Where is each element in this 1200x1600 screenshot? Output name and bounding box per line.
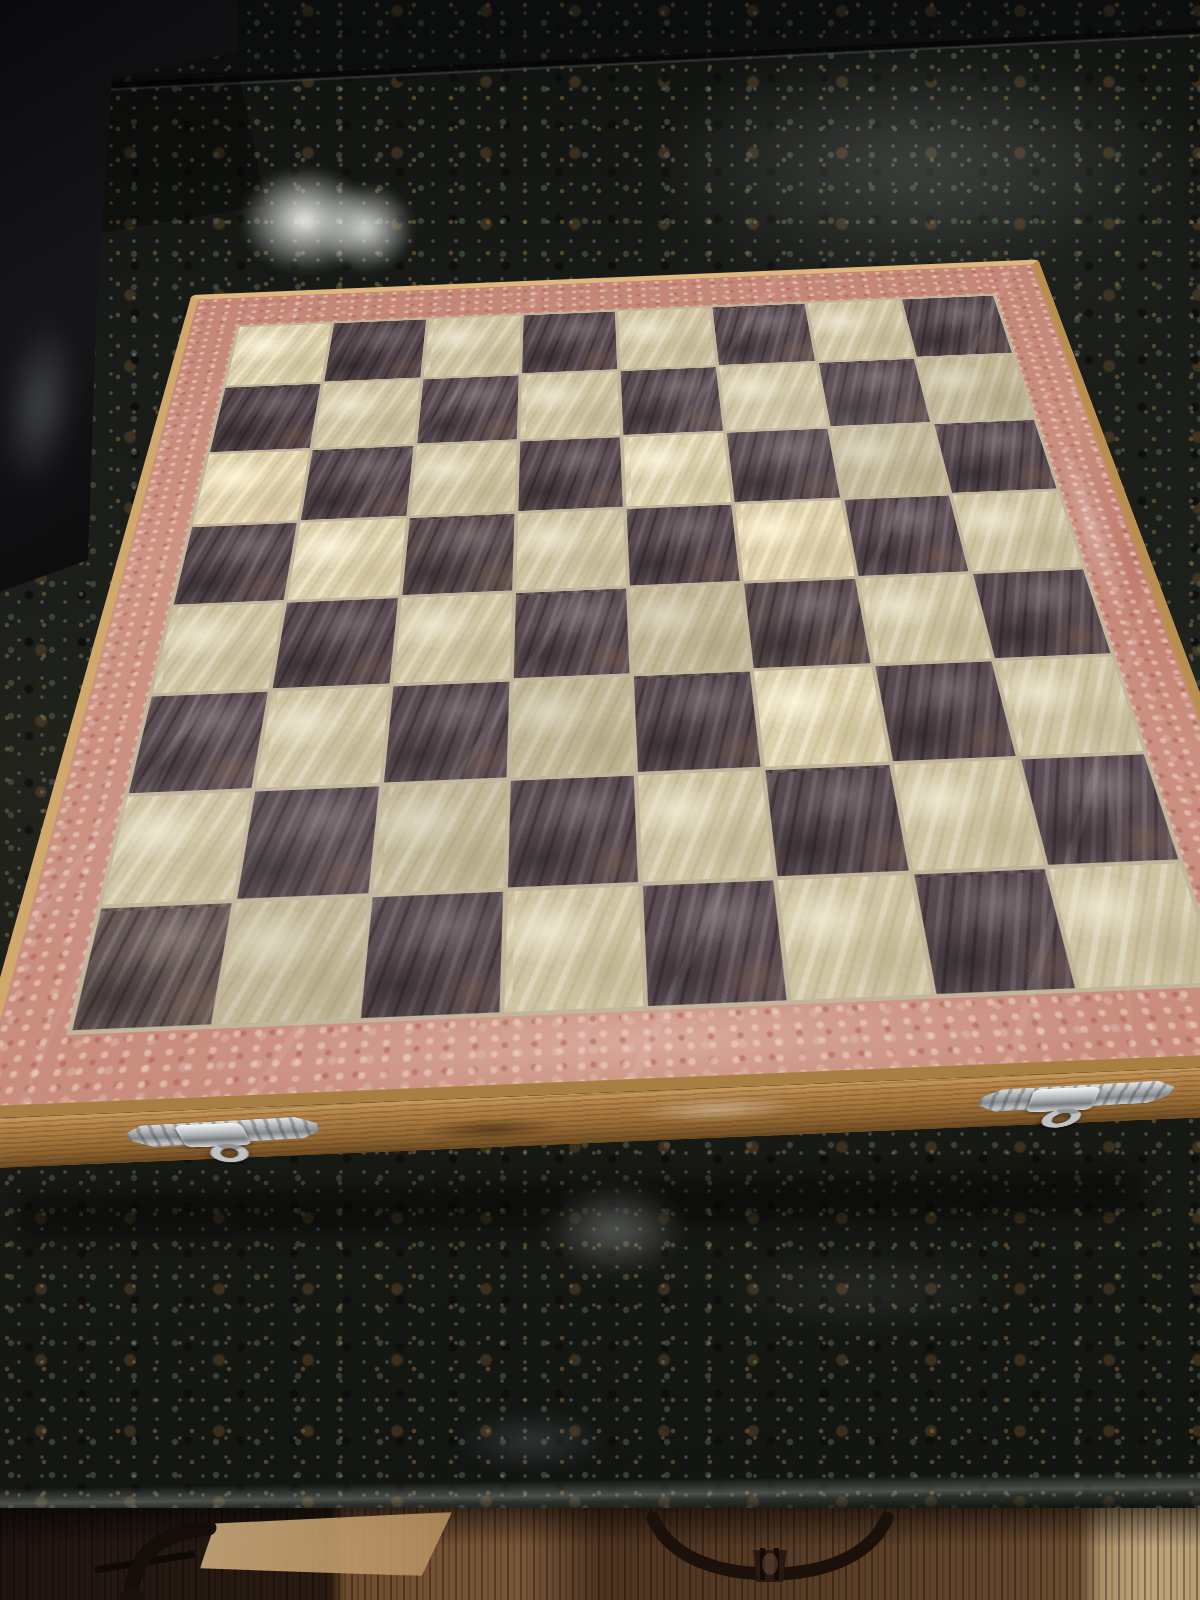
square-d8	[522, 312, 617, 374]
square-f7	[720, 363, 827, 430]
square-d1	[504, 886, 643, 1012]
square-h4	[973, 569, 1111, 658]
square-g1	[914, 869, 1075, 994]
square-g8	[807, 300, 913, 361]
square-h1	[1049, 863, 1200, 988]
square-f2	[766, 765, 909, 876]
square-f6	[727, 428, 840, 501]
square-c1	[360, 892, 503, 1019]
drawer-handle-icon	[645, 1512, 895, 1584]
box-latch-right	[976, 1079, 1179, 1114]
square-g4	[859, 574, 991, 663]
square-g6	[831, 424, 948, 497]
drawer-handle-icon	[95, 1524, 230, 1600]
square-b6	[301, 446, 413, 520]
square-a6	[193, 450, 310, 524]
square-a8	[226, 323, 331, 385]
square-e2	[638, 770, 773, 882]
square-b7	[313, 380, 419, 448]
square-f3	[754, 667, 888, 766]
square-b1	[216, 897, 367, 1024]
latch-clasp-icon	[173, 1123, 252, 1148]
square-d5	[516, 509, 626, 590]
square-f4	[744, 579, 870, 668]
chess-board	[0, 260, 1200, 1120]
square-d3	[511, 677, 634, 777]
square-b8	[325, 320, 426, 382]
square-g2	[893, 759, 1043, 870]
square-a3	[129, 692, 268, 793]
square-e6	[624, 433, 732, 507]
drawer-handle-partial	[95, 1524, 230, 1600]
square-h7	[917, 355, 1033, 422]
square-f1	[778, 874, 931, 1000]
square-e5	[627, 504, 740, 585]
drawer-handle	[645, 1512, 895, 1588]
square-h6	[934, 420, 1056, 493]
square-c7	[417, 376, 519, 444]
square-h8	[902, 296, 1012, 357]
square-e8	[618, 308, 716, 370]
square-b3	[256, 687, 388, 788]
square-f8	[713, 304, 815, 365]
square-a7	[210, 384, 321, 452]
square-g3	[875, 662, 1015, 761]
square-h5	[952, 491, 1082, 571]
square-f5	[735, 500, 854, 581]
square-c5	[402, 514, 514, 595]
square-c3	[383, 682, 509, 782]
board-grid	[66, 294, 1200, 1036]
square-e3	[634, 672, 761, 772]
square-a1	[72, 903, 232, 1030]
chess-board-box	[81, 40, 1174, 1133]
square-b2	[237, 786, 378, 899]
square-d2	[508, 775, 638, 887]
square-e1	[643, 880, 787, 1006]
box-latch-left	[119, 1115, 325, 1149]
square-e7	[621, 367, 723, 434]
square-d6	[518, 437, 623, 511]
square-a2	[102, 791, 251, 904]
board-perspective	[81, 40, 1174, 1133]
square-h3	[995, 657, 1142, 756]
square-c2	[373, 781, 507, 893]
square-g5	[844, 495, 968, 576]
square-b5	[288, 518, 406, 600]
